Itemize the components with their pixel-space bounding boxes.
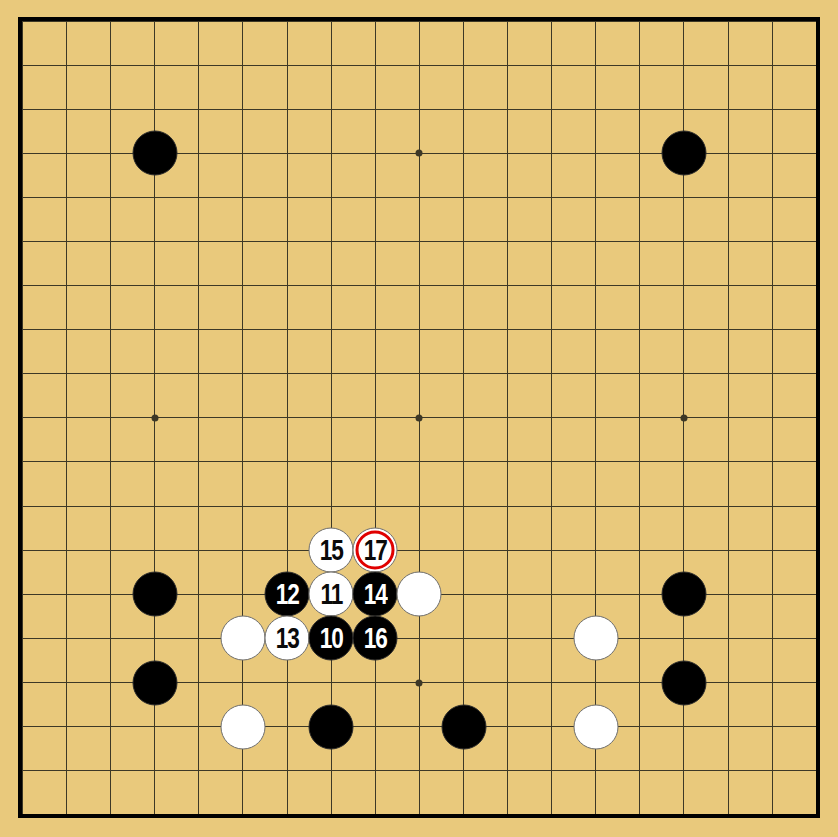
board-cell	[463, 153, 507, 197]
board-cell	[463, 461, 507, 505]
board-cell	[419, 153, 463, 197]
board-cell	[198, 329, 242, 373]
board-cell	[66, 550, 110, 594]
board-cell	[772, 197, 816, 241]
board-cell	[375, 109, 419, 153]
board-cell	[198, 21, 242, 65]
board-cell	[551, 153, 595, 197]
board-cell	[507, 682, 551, 726]
board-cell	[331, 285, 375, 329]
board-cell	[331, 373, 375, 417]
board-cell	[287, 726, 331, 770]
go-board	[18, 17, 820, 819]
board-cell	[22, 373, 66, 417]
board-cell	[728, 770, 772, 814]
board-cell	[683, 550, 727, 594]
board-cell	[463, 65, 507, 109]
board-cell	[66, 21, 110, 65]
board-cell	[639, 109, 683, 153]
board-cell	[419, 65, 463, 109]
board-cell	[419, 373, 463, 417]
board-cell	[242, 109, 286, 153]
board-cell	[287, 373, 331, 417]
board-cell	[110, 594, 154, 638]
board-cell	[772, 726, 816, 770]
board-cell	[22, 197, 66, 241]
board-cell	[154, 638, 198, 682]
board-cell	[375, 241, 419, 285]
board-cell	[242, 285, 286, 329]
board-cell	[331, 506, 375, 550]
board-cell	[22, 329, 66, 373]
board-cell	[66, 373, 110, 417]
board-cell	[419, 285, 463, 329]
board-cell	[507, 770, 551, 814]
board-cell	[419, 109, 463, 153]
board-cell	[772, 682, 816, 726]
board-cell	[507, 197, 551, 241]
board-cell	[22, 726, 66, 770]
board-cell	[507, 65, 551, 109]
board-cell	[419, 241, 463, 285]
board-cell	[728, 726, 772, 770]
board-cell	[551, 726, 595, 770]
board-cell	[110, 21, 154, 65]
board-cell	[772, 550, 816, 594]
board-cell	[683, 373, 727, 417]
board-cell	[198, 770, 242, 814]
board-cell	[551, 197, 595, 241]
board-cell	[595, 550, 639, 594]
board-cell	[419, 506, 463, 550]
board-cell	[507, 329, 551, 373]
board-cell	[639, 153, 683, 197]
board-cell	[287, 550, 331, 594]
board-cell	[22, 461, 66, 505]
board-cell	[66, 197, 110, 241]
board-cell	[551, 329, 595, 373]
board-cell	[22, 21, 66, 65]
board-cell	[683, 109, 727, 153]
board-cell	[419, 638, 463, 682]
board-cell	[507, 638, 551, 682]
board-cell	[66, 770, 110, 814]
board-cell	[595, 726, 639, 770]
board-cell	[595, 770, 639, 814]
board-cell	[595, 329, 639, 373]
board-cell	[154, 21, 198, 65]
board-cell	[198, 461, 242, 505]
board-cell	[551, 594, 595, 638]
board-cell	[419, 594, 463, 638]
board-cell	[728, 241, 772, 285]
board-cell	[110, 726, 154, 770]
board-cell	[242, 726, 286, 770]
board-cell	[22, 109, 66, 153]
board-cell	[375, 726, 419, 770]
board-cell	[331, 153, 375, 197]
board-cell	[683, 461, 727, 505]
board-cell	[66, 65, 110, 109]
board-cell	[639, 285, 683, 329]
board-cell	[639, 638, 683, 682]
board-cell	[198, 373, 242, 417]
board-cell	[22, 65, 66, 109]
board-cell	[551, 682, 595, 726]
board-cell	[772, 638, 816, 682]
board-cell	[242, 550, 286, 594]
board-cell	[375, 417, 419, 461]
board-cell	[772, 461, 816, 505]
board-cell	[728, 461, 772, 505]
board-cell	[639, 770, 683, 814]
board-cell	[551, 550, 595, 594]
board-cell	[772, 594, 816, 638]
board-cell	[463, 373, 507, 417]
board-cell	[419, 726, 463, 770]
board-cell	[154, 285, 198, 329]
board-cell	[728, 506, 772, 550]
board-cell	[683, 329, 727, 373]
board-cell	[110, 550, 154, 594]
board-cell	[66, 726, 110, 770]
board-cell	[242, 329, 286, 373]
board-cell	[375, 153, 419, 197]
board-cell	[419, 197, 463, 241]
board-cell	[331, 550, 375, 594]
board-cell	[287, 770, 331, 814]
board-cell	[154, 241, 198, 285]
board-cell	[728, 638, 772, 682]
board-cell	[463, 550, 507, 594]
board-cell	[728, 329, 772, 373]
board-cell	[331, 638, 375, 682]
board-cell	[595, 153, 639, 197]
board-cell	[728, 550, 772, 594]
board-cell	[507, 373, 551, 417]
board-cell	[683, 21, 727, 65]
board-cell	[772, 153, 816, 197]
board-cell	[507, 726, 551, 770]
board-cell	[772, 21, 816, 65]
board-cell	[287, 109, 331, 153]
board-cell	[595, 285, 639, 329]
board-cell	[551, 109, 595, 153]
board-cell	[242, 770, 286, 814]
board-cell	[375, 197, 419, 241]
board-cell	[110, 682, 154, 726]
board-cell	[375, 770, 419, 814]
board-cell	[66, 241, 110, 285]
board-cell	[287, 682, 331, 726]
board-cell	[287, 153, 331, 197]
board-cell	[198, 241, 242, 285]
board-cell	[242, 461, 286, 505]
board-cell	[728, 65, 772, 109]
board-cell	[287, 21, 331, 65]
board-cell	[66, 682, 110, 726]
board-cell	[683, 638, 727, 682]
board-cell	[683, 285, 727, 329]
board-cell	[639, 373, 683, 417]
board-cell	[375, 682, 419, 726]
board-cell	[639, 417, 683, 461]
board-cell	[463, 329, 507, 373]
board-cell	[287, 594, 331, 638]
board-cell	[463, 417, 507, 461]
board-cell	[154, 417, 198, 461]
board-cell	[198, 682, 242, 726]
board-cell	[22, 770, 66, 814]
board-cell	[375, 329, 419, 373]
board-cell	[728, 594, 772, 638]
board-cell	[287, 241, 331, 285]
board-cell	[154, 594, 198, 638]
board-cell	[595, 373, 639, 417]
board-cell	[639, 594, 683, 638]
board-cell	[507, 285, 551, 329]
board-cell	[595, 638, 639, 682]
board-cell	[66, 109, 110, 153]
board-cell	[110, 153, 154, 197]
board-cell	[110, 109, 154, 153]
board-cell	[110, 506, 154, 550]
board-cell	[419, 417, 463, 461]
board-cell	[595, 594, 639, 638]
board-cell	[22, 506, 66, 550]
board-cell	[728, 197, 772, 241]
board-cell	[595, 417, 639, 461]
board-cell	[154, 726, 198, 770]
board-cell	[507, 153, 551, 197]
board-cell	[22, 594, 66, 638]
board-cell	[551, 770, 595, 814]
board-cell	[595, 461, 639, 505]
board-cell	[772, 506, 816, 550]
board-cell	[463, 770, 507, 814]
board-cell	[507, 109, 551, 153]
board-cell	[242, 417, 286, 461]
board-cell	[728, 373, 772, 417]
board-cell	[287, 65, 331, 109]
board-cell	[551, 241, 595, 285]
board-cell	[551, 21, 595, 65]
board-cell	[154, 770, 198, 814]
board-cell	[22, 153, 66, 197]
board-cell	[331, 65, 375, 109]
board-cell	[728, 153, 772, 197]
board-cell	[463, 726, 507, 770]
board-cell	[331, 329, 375, 373]
board-cell	[551, 65, 595, 109]
board-cell	[639, 241, 683, 285]
board-cell	[595, 506, 639, 550]
board-cell	[110, 417, 154, 461]
go-board-diagram: 1517121114131016	[0, 0, 838, 837]
board-cell	[772, 109, 816, 153]
board-cell	[463, 682, 507, 726]
board-cell	[772, 65, 816, 109]
board-cell	[198, 417, 242, 461]
board-cell	[463, 594, 507, 638]
board-cell	[331, 770, 375, 814]
board-cell	[198, 550, 242, 594]
board-cell	[419, 461, 463, 505]
board-cell	[595, 21, 639, 65]
board-cell	[463, 285, 507, 329]
board-cell	[110, 241, 154, 285]
board-cell	[110, 329, 154, 373]
board-cell	[551, 373, 595, 417]
board-cell	[683, 241, 727, 285]
board-cell	[331, 197, 375, 241]
board-cell	[242, 21, 286, 65]
board-cell	[728, 109, 772, 153]
board-cell	[110, 197, 154, 241]
board-cell	[375, 373, 419, 417]
board-cell	[639, 550, 683, 594]
board-cell	[242, 197, 286, 241]
board-cell	[419, 550, 463, 594]
board-cell	[66, 153, 110, 197]
board-cell	[154, 329, 198, 373]
board-cell	[154, 373, 198, 417]
board-cell	[66, 285, 110, 329]
board-cell	[66, 506, 110, 550]
board-cell	[551, 638, 595, 682]
board-cell	[595, 65, 639, 109]
board-cell	[551, 506, 595, 550]
board-cell	[331, 682, 375, 726]
board-cell	[507, 241, 551, 285]
board-cell	[22, 285, 66, 329]
board-cell	[198, 285, 242, 329]
board-cell	[683, 65, 727, 109]
board-cell	[507, 550, 551, 594]
board-cell	[463, 638, 507, 682]
board-cell	[154, 682, 198, 726]
board-cell	[22, 682, 66, 726]
board-cell	[66, 417, 110, 461]
board-cell	[728, 417, 772, 461]
board-cell	[154, 506, 198, 550]
board-cell	[683, 770, 727, 814]
board-cell	[331, 21, 375, 65]
board-cell	[287, 506, 331, 550]
board-cell	[419, 682, 463, 726]
board-cell	[22, 638, 66, 682]
board-cell	[331, 461, 375, 505]
board-cell	[375, 21, 419, 65]
board-cell	[242, 65, 286, 109]
board-cell	[242, 506, 286, 550]
board-cell	[66, 638, 110, 682]
board-cell	[595, 197, 639, 241]
board-cell	[595, 682, 639, 726]
board-cell	[639, 21, 683, 65]
board-cell	[375, 65, 419, 109]
board-cell	[287, 329, 331, 373]
board-cell	[772, 285, 816, 329]
board-cell	[595, 109, 639, 153]
board-cell	[551, 417, 595, 461]
board-cell	[463, 109, 507, 153]
board-cell	[639, 461, 683, 505]
board-cell	[639, 197, 683, 241]
board-cell	[287, 638, 331, 682]
board-cell	[66, 329, 110, 373]
board-cell	[66, 594, 110, 638]
board-cell	[375, 638, 419, 682]
board-cell	[110, 770, 154, 814]
board-cell	[683, 153, 727, 197]
board-cell	[772, 770, 816, 814]
board-cell	[639, 65, 683, 109]
board-cell	[287, 417, 331, 461]
board-cell	[507, 461, 551, 505]
board-cell	[22, 241, 66, 285]
board-cell	[683, 726, 727, 770]
board-cell	[728, 285, 772, 329]
board-cell	[463, 21, 507, 65]
board-cell	[110, 65, 154, 109]
board-cell	[419, 770, 463, 814]
board-cell	[198, 638, 242, 682]
board-cell	[198, 153, 242, 197]
board-cell	[110, 638, 154, 682]
board-cell	[772, 417, 816, 461]
board-cell	[463, 241, 507, 285]
board-cell	[463, 197, 507, 241]
board-cell	[110, 373, 154, 417]
board-cell	[375, 550, 419, 594]
board-cell	[154, 65, 198, 109]
board-cell	[375, 506, 419, 550]
board-cell	[242, 153, 286, 197]
board-cell	[375, 594, 419, 638]
board-cell	[154, 550, 198, 594]
board-cell	[419, 329, 463, 373]
board-cell	[198, 594, 242, 638]
board-cell	[683, 197, 727, 241]
board-cell	[154, 197, 198, 241]
board-cell	[551, 285, 595, 329]
board-cell	[198, 506, 242, 550]
board-cell	[242, 594, 286, 638]
board-cell	[198, 197, 242, 241]
board-cell	[683, 417, 727, 461]
board-cell	[419, 21, 463, 65]
board-cell	[595, 241, 639, 285]
board-cell	[331, 594, 375, 638]
board-cell	[683, 506, 727, 550]
board-cell	[154, 153, 198, 197]
board-cell	[331, 109, 375, 153]
board-cell	[154, 461, 198, 505]
board-cell	[375, 461, 419, 505]
board-cell	[639, 506, 683, 550]
board-cell	[728, 682, 772, 726]
board-cell	[331, 241, 375, 285]
board-cell	[287, 197, 331, 241]
board-cell	[463, 506, 507, 550]
board-cell	[242, 638, 286, 682]
board-cell	[22, 550, 66, 594]
board-cell	[551, 461, 595, 505]
board-cell	[287, 285, 331, 329]
board-cell	[331, 726, 375, 770]
board-cell	[507, 417, 551, 461]
